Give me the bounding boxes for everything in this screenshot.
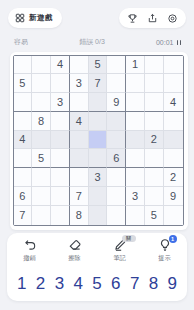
sudoku-cell-r9c3[interactable] [51, 206, 70, 225]
numpad-key-8[interactable]: 8 [149, 275, 158, 292]
timer-value: 00:01 [156, 39, 174, 46]
notes-label: 筆記 [113, 254, 125, 263]
sudoku-cell-r9c1[interactable]: 7 [14, 206, 33, 225]
topbar-actions [119, 8, 186, 28]
sudoku-cell-r3c3[interactable]: 3 [51, 93, 70, 112]
status-row: 容易 錯誤 0/3 00:01 [14, 37, 181, 47]
sudoku-cell-r3c1[interactable] [14, 93, 33, 112]
sudoku-cell-r1c5[interactable]: 5 [89, 56, 108, 75]
numpad-key-5[interactable]: 5 [92, 275, 101, 292]
sudoku-cell-r7c6[interactable] [107, 168, 126, 187]
pause-icon[interactable] [177, 40, 182, 45]
sudoku-cell-r3c6[interactable]: 9 [107, 93, 126, 112]
sudoku-cell-r6c7[interactable] [126, 149, 145, 168]
sudoku-cell-r6c3[interactable] [51, 149, 70, 168]
sudoku-cell-r5c7[interactable] [126, 131, 145, 150]
sudoku-cell-r4c9[interactable] [164, 112, 183, 131]
sudoku-cell-r8c6[interactable] [107, 187, 126, 206]
share-icon[interactable] [147, 13, 158, 24]
control-panel: 撤銷 擦除 關 [7, 233, 187, 301]
sudoku-cell-r4c6[interactable] [107, 112, 126, 131]
sudoku-cell-r2c1[interactable]: 5 [14, 74, 33, 93]
numpad-key-3[interactable]: 3 [55, 275, 64, 292]
new-game-button[interactable]: 新遊戲 [8, 8, 62, 28]
sudoku-cell-r8c9[interactable]: 9 [164, 187, 183, 206]
sudoku-cell-r7c9[interactable]: 2 [164, 168, 183, 187]
sudoku-cell-r4c5[interactable] [89, 112, 108, 131]
sudoku-cell-r4c1[interactable] [14, 112, 33, 131]
numpad-key-6[interactable]: 6 [111, 275, 120, 292]
sudoku-cell-r8c1[interactable]: 6 [14, 187, 33, 206]
sudoku-cell-r5c1[interactable]: 4 [14, 131, 33, 150]
numpad: 123456789 [17, 270, 177, 296]
notes-state-badge: 關 [122, 235, 136, 242]
sudoku-cell-r2c8[interactable] [145, 74, 164, 93]
settings-icon[interactable] [167, 13, 178, 24]
sudoku-cell-r9c7[interactable] [126, 206, 145, 225]
sudoku-cell-r1c4[interactable] [70, 56, 89, 75]
sudoku-cell-r7c1[interactable] [14, 168, 33, 187]
numpad-key-1[interactable]: 1 [17, 275, 26, 292]
sudoku-cell-r6c6[interactable]: 6 [107, 149, 126, 168]
sudoku-cell-r6c9[interactable] [164, 149, 183, 168]
sudoku-cell-r1c1[interactable] [14, 56, 33, 75]
sudoku-cell-r8c3[interactable] [51, 187, 70, 206]
sudoku-cell-r8c8[interactable] [145, 187, 164, 206]
sudoku-cell-r1c6[interactable] [107, 56, 126, 75]
sudoku-cell-r1c2[interactable] [32, 56, 51, 75]
sudoku-cell-r8c4[interactable]: 7 [70, 187, 89, 206]
sudoku-cell-r6c8[interactable] [145, 149, 164, 168]
mistakes-counter: 錯誤 0/3 [79, 37, 105, 47]
sudoku-cell-r7c3[interactable] [51, 168, 70, 187]
toolbar: 撤銷 擦除 關 [7, 237, 187, 265]
sudoku-cell-r9c5[interactable] [89, 206, 108, 225]
numpad-key-2[interactable]: 2 [36, 275, 45, 292]
sudoku-cell-r6c4[interactable] [70, 149, 89, 168]
sudoku-cell-r9c9[interactable] [164, 206, 183, 225]
sudoku-cell-r2c2[interactable] [32, 74, 51, 93]
sudoku-cell-r5c9[interactable] [164, 131, 183, 150]
sudoku-cell-r2c7[interactable] [126, 74, 145, 93]
sudoku-cell-r8c5[interactable] [89, 187, 108, 206]
sudoku-cell-r7c2[interactable] [32, 168, 51, 187]
sudoku-cell-r7c7[interactable] [126, 168, 145, 187]
sudoku-cell-r4c4[interactable]: 4 [70, 112, 89, 131]
board-card: 451537394844256326739785 [10, 52, 188, 230]
sudoku-cell-r3c9[interactable]: 4 [164, 93, 183, 112]
sudoku-cell-r7c4[interactable] [70, 168, 89, 187]
sudoku-cell-r2c4[interactable]: 3 [70, 74, 89, 93]
sudoku-cell-r9c6[interactable] [107, 206, 126, 225]
sudoku-cell-r5c6[interactable] [107, 131, 126, 150]
hint-label: 提示 [158, 254, 170, 263]
undo-icon [23, 238, 37, 252]
sudoku-cell-r6c2[interactable]: 5 [32, 149, 51, 168]
sudoku-cell-r6c1[interactable] [14, 149, 33, 168]
undo-label: 撤銷 [23, 254, 35, 263]
sudoku-cell-r4c8[interactable] [145, 112, 164, 131]
sudoku-cell-r1c3[interactable]: 4 [51, 56, 70, 75]
new-game-label: 新遊戲 [29, 13, 53, 23]
timer: 00:01 [156, 39, 181, 46]
undo-button[interactable]: 撤銷 [7, 237, 52, 265]
sudoku-cell-r4c3[interactable] [51, 112, 70, 131]
sudoku-cell-r1c7[interactable]: 1 [126, 56, 145, 75]
sudoku-cell-r4c7[interactable] [126, 112, 145, 131]
sudoku-cell-r3c7[interactable] [126, 93, 145, 112]
sudoku-cell-r9c4[interactable]: 8 [70, 206, 89, 225]
numpad-key-4[interactable]: 4 [73, 275, 82, 292]
erase-label: 擦除 [68, 254, 80, 263]
sudoku-cell-r4c2[interactable]: 8 [32, 112, 51, 131]
sudoku-cell-r5c8[interactable]: 2 [145, 131, 164, 150]
sudoku-cell-r3c8[interactable] [145, 93, 164, 112]
sudoku-cell-r3c5[interactable] [89, 93, 108, 112]
sudoku-cell-r5c4[interactable] [70, 131, 89, 150]
eraser-icon [68, 238, 82, 252]
sudoku-cell-r8c2[interactable] [32, 187, 51, 206]
apps-grid-icon [15, 13, 25, 23]
sudoku-cell-r5c5[interactable] [89, 131, 108, 150]
sudoku-cell-r9c8[interactable]: 5 [145, 206, 164, 225]
sudoku-cell-r5c2[interactable] [32, 131, 51, 150]
sudoku-cell-r7c8[interactable] [145, 168, 164, 187]
numpad-key-9[interactable]: 9 [168, 275, 177, 292]
sudoku-cell-r7c5[interactable]: 3 [89, 168, 108, 187]
sudoku-cell-r3c4[interactable] [70, 93, 89, 112]
trophy-icon[interactable] [127, 13, 138, 24]
sudoku-cell-r8c7[interactable]: 3 [126, 187, 145, 206]
sudoku-cell-r2c6[interactable] [107, 74, 126, 93]
numpad-key-7[interactable]: 7 [130, 275, 139, 292]
sudoku-cell-r3c2[interactable] [32, 93, 51, 112]
sudoku-cell-r6c5[interactable] [89, 149, 108, 168]
sudoku-cell-r1c9[interactable] [164, 56, 183, 75]
sudoku-cell-r2c5[interactable]: 7 [89, 74, 108, 93]
hint-button[interactable]: 1 提示 [142, 237, 187, 265]
sudoku-cell-r1c8[interactable] [145, 56, 164, 75]
sudoku-board[interactable]: 451537394844256326739785 [13, 55, 184, 226]
hint-count-badge: 1 [169, 235, 177, 243]
difficulty-label[interactable]: 容易 [14, 37, 28, 47]
sudoku-cell-r5c3[interactable] [51, 131, 70, 150]
sudoku-cell-r9c2[interactable] [32, 206, 51, 225]
notes-toggle-button[interactable]: 關 筆記 [97, 237, 142, 265]
erase-button[interactable]: 擦除 [52, 237, 97, 265]
sudoku-cell-r2c9[interactable] [164, 74, 183, 93]
sudoku-cell-r2c3[interactable] [51, 74, 70, 93]
